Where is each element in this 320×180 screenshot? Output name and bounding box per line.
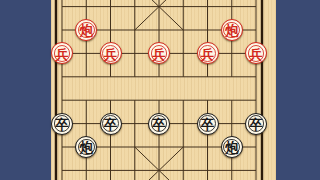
xiangqi-screenshot: 炮炮兵兵兵兵兵卒卒卒卒炮炮卒 bbox=[0, 0, 320, 180]
piece-glyph: 炮 bbox=[80, 141, 94, 155]
piece-black-soldier[interactable]: 卒 bbox=[245, 113, 267, 135]
piece-glyph: 兵 bbox=[201, 47, 215, 61]
piece-glyph: 兵 bbox=[55, 47, 69, 61]
piece-black-soldier[interactable]: 卒 bbox=[51, 113, 73, 135]
piece-black-cannon[interactable]: 炮 bbox=[221, 136, 243, 158]
piece-glyph: 炮 bbox=[225, 24, 239, 38]
piece-black-soldier[interactable]: 卒 bbox=[100, 113, 122, 135]
piece-red-soldier[interactable]: 兵 bbox=[197, 42, 219, 64]
piece-red-soldier[interactable]: 兵 bbox=[148, 42, 170, 64]
piece-glyph: 炮 bbox=[80, 24, 94, 38]
piece-glyph: 卒 bbox=[201, 117, 215, 131]
piece-glyph: 兵 bbox=[249, 47, 263, 61]
piece-glyph: 兵 bbox=[104, 47, 118, 61]
piece-red-soldier[interactable]: 兵 bbox=[51, 42, 73, 64]
piece-red-soldier[interactable]: 兵 bbox=[245, 42, 267, 64]
piece-glyph: 炮 bbox=[225, 141, 239, 155]
piece-red-cannon[interactable]: 炮 bbox=[221, 19, 243, 41]
piece-glyph: 卒 bbox=[152, 117, 166, 131]
piece-red-cannon[interactable]: 炮 bbox=[75, 19, 97, 41]
piece-red-soldier[interactable]: 兵 bbox=[100, 42, 122, 64]
piece-black-cannon[interactable]: 炮 bbox=[75, 136, 97, 158]
pieces-layer: 炮炮兵兵兵兵兵卒卒卒卒炮炮卒 bbox=[0, 0, 320, 180]
piece-glyph: 卒 bbox=[104, 117, 118, 131]
piece-glyph: 卒 bbox=[249, 117, 263, 131]
piece-glyph: 兵 bbox=[152, 47, 166, 61]
piece-black-soldier[interactable]: 卒 bbox=[148, 113, 170, 135]
piece-black-soldier[interactable]: 卒 bbox=[197, 113, 219, 135]
piece-glyph: 卒 bbox=[55, 117, 69, 131]
